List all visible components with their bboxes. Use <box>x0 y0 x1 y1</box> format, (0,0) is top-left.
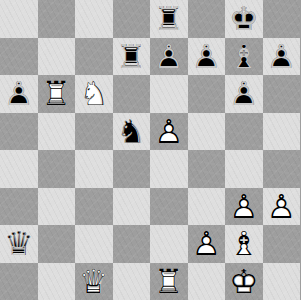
white-queen[interactable]: ♛♕ <box>75 263 113 300</box>
black-bishop-outline: ♗ <box>225 38 263 76</box>
square-g5[interactable] <box>225 113 263 151</box>
chess-board: ♜♖♚♔♜♖♟♙♟♙♝♗♟♙♟♙♜♖♞♘♟♙♞♘♟♙♟♙♟♙♛♕♟♙♝♗♛♕♜♖… <box>0 0 300 300</box>
square-a1[interactable] <box>0 263 38 300</box>
square-b2[interactable] <box>38 225 76 263</box>
black-queen[interactable]: ♛♕ <box>0 225 38 263</box>
square-h5[interactable] <box>263 113 301 151</box>
black-king[interactable]: ♚♔ <box>225 0 263 38</box>
square-a4[interactable] <box>0 150 38 188</box>
black-pawn[interactable]: ♟♙ <box>225 75 263 113</box>
white-pawn-glyph: ♟ <box>263 188 301 226</box>
square-a6[interactable]: ♟♙ <box>0 75 38 113</box>
square-a7[interactable] <box>0 38 38 76</box>
square-c5[interactable] <box>75 113 113 151</box>
square-h8[interactable] <box>263 0 301 38</box>
black-queen-outline: ♕ <box>0 225 38 263</box>
square-e5[interactable]: ♟♙ <box>150 113 188 151</box>
white-rook-glyph: ♜ <box>150 263 188 300</box>
square-c1[interactable]: ♛♕ <box>75 263 113 300</box>
white-king-glyph: ♚ <box>225 263 263 300</box>
black-rook-glyph: ♜ <box>150 0 188 38</box>
square-a8[interactable] <box>0 0 38 38</box>
black-pawn[interactable]: ♟♙ <box>263 38 301 76</box>
square-d7[interactable]: ♜♖ <box>113 38 151 76</box>
white-rook[interactable]: ♜♖ <box>150 263 188 300</box>
black-pawn-glyph: ♟ <box>188 38 226 76</box>
white-knight-outline: ♘ <box>75 75 113 113</box>
black-pawn-outline: ♙ <box>188 38 226 76</box>
square-d2[interactable] <box>113 225 151 263</box>
black-pawn[interactable]: ♟♙ <box>0 75 38 113</box>
square-b8[interactable] <box>38 0 76 38</box>
black-rook-outline: ♖ <box>150 0 188 38</box>
black-knight[interactable]: ♞♘ <box>113 113 151 151</box>
white-rook-outline: ♖ <box>38 75 76 113</box>
square-h7[interactable]: ♟♙ <box>263 38 301 76</box>
white-queen-glyph: ♛ <box>75 263 113 300</box>
white-king[interactable]: ♚♔ <box>225 263 263 300</box>
square-d8[interactable] <box>113 0 151 38</box>
square-g7[interactable]: ♝♗ <box>225 38 263 76</box>
white-pawn-outline: ♙ <box>188 225 226 263</box>
square-b7[interactable] <box>38 38 76 76</box>
white-pawn-outline: ♙ <box>263 188 301 226</box>
square-c6[interactable]: ♞♘ <box>75 75 113 113</box>
white-queen-outline: ♕ <box>75 263 113 300</box>
white-bishop[interactable]: ♝♗ <box>225 225 263 263</box>
square-g6[interactable]: ♟♙ <box>225 75 263 113</box>
square-f4[interactable] <box>188 150 226 188</box>
white-pawn[interactable]: ♟♙ <box>188 225 226 263</box>
white-pawn[interactable]: ♟♙ <box>225 188 263 226</box>
square-c2[interactable] <box>75 225 113 263</box>
black-knight-glyph: ♞ <box>113 113 151 151</box>
black-pawn-outline: ♙ <box>263 38 301 76</box>
white-bishop-glyph: ♝ <box>225 225 263 263</box>
square-h4[interactable] <box>263 150 301 188</box>
square-b3[interactable] <box>38 188 76 226</box>
square-d6[interactable] <box>113 75 151 113</box>
square-g1[interactable]: ♚♔ <box>225 263 263 300</box>
white-knight[interactable]: ♞♘ <box>75 75 113 113</box>
square-e8[interactable]: ♜♖ <box>150 0 188 38</box>
square-b1[interactable] <box>38 263 76 300</box>
square-c4[interactable] <box>75 150 113 188</box>
white-pawn-glyph: ♟ <box>225 188 263 226</box>
white-pawn[interactable]: ♟♙ <box>263 188 301 226</box>
square-f6[interactable] <box>188 75 226 113</box>
square-f1[interactable] <box>188 263 226 300</box>
white-rook-glyph: ♜ <box>38 75 76 113</box>
white-pawn[interactable]: ♟♙ <box>150 113 188 151</box>
white-rook[interactable]: ♜♖ <box>38 75 76 113</box>
square-c8[interactable] <box>75 0 113 38</box>
square-e3[interactable] <box>150 188 188 226</box>
square-h3[interactable]: ♟♙ <box>263 188 301 226</box>
black-king-glyph: ♚ <box>225 0 263 38</box>
square-f2[interactable]: ♟♙ <box>188 225 226 263</box>
white-pawn-outline: ♙ <box>225 188 263 226</box>
square-d3[interactable] <box>113 188 151 226</box>
square-b6[interactable]: ♜♖ <box>38 75 76 113</box>
square-a2[interactable]: ♛♕ <box>0 225 38 263</box>
square-g4[interactable] <box>225 150 263 188</box>
white-rook-outline: ♖ <box>150 263 188 300</box>
white-pawn-glyph: ♟ <box>150 113 188 151</box>
square-c7[interactable] <box>75 38 113 76</box>
black-pawn-glyph: ♟ <box>150 38 188 76</box>
square-d4[interactable] <box>113 150 151 188</box>
square-f7[interactable]: ♟♙ <box>188 38 226 76</box>
square-g8[interactable]: ♚♔ <box>225 0 263 38</box>
square-d5[interactable]: ♞♘ <box>113 113 151 151</box>
black-pawn-outline: ♙ <box>150 38 188 76</box>
square-f8[interactable] <box>188 0 226 38</box>
square-b4[interactable] <box>38 150 76 188</box>
black-pawn-outline: ♙ <box>225 75 263 113</box>
square-a5[interactable] <box>0 113 38 151</box>
black-knight-outline: ♘ <box>113 113 151 151</box>
black-pawn-outline: ♙ <box>0 75 38 113</box>
black-bishop-glyph: ♝ <box>225 38 263 76</box>
white-pawn-glyph: ♟ <box>188 225 226 263</box>
black-pawn-glyph: ♟ <box>0 75 38 113</box>
white-bishop-outline: ♗ <box>225 225 263 263</box>
black-pawn-glyph: ♟ <box>263 38 301 76</box>
square-e2[interactable] <box>150 225 188 263</box>
square-c3[interactable] <box>75 188 113 226</box>
square-h6[interactable] <box>263 75 301 113</box>
square-a3[interactable] <box>0 188 38 226</box>
square-d1[interactable] <box>113 263 151 300</box>
square-f3[interactable] <box>188 188 226 226</box>
black-queen-glyph: ♛ <box>0 225 38 263</box>
black-rook[interactable]: ♜♖ <box>150 0 188 38</box>
black-pawn-glyph: ♟ <box>225 75 263 113</box>
square-e4[interactable] <box>150 150 188 188</box>
square-e1[interactable]: ♜♖ <box>150 263 188 300</box>
black-bishop[interactable]: ♝♗ <box>225 38 263 76</box>
white-king-outline: ♔ <box>225 263 263 300</box>
white-pawn-outline: ♙ <box>150 113 188 151</box>
square-f5[interactable] <box>188 113 226 151</box>
black-king-outline: ♔ <box>225 0 263 38</box>
square-e7[interactable]: ♟♙ <box>150 38 188 76</box>
square-e6[interactable] <box>150 75 188 113</box>
black-rook-glyph: ♜ <box>113 38 151 76</box>
square-h2[interactable] <box>263 225 301 263</box>
square-h1[interactable] <box>263 263 301 300</box>
square-b5[interactable] <box>38 113 76 151</box>
black-rook[interactable]: ♜♖ <box>113 38 151 76</box>
black-pawn[interactable]: ♟♙ <box>150 38 188 76</box>
white-knight-glyph: ♞ <box>75 75 113 113</box>
black-pawn[interactable]: ♟♙ <box>188 38 226 76</box>
black-rook-outline: ♖ <box>113 38 151 76</box>
square-g2[interactable]: ♝♗ <box>225 225 263 263</box>
square-g3[interactable]: ♟♙ <box>225 188 263 226</box>
